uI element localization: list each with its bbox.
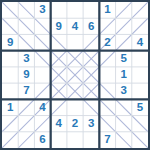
cell-r8-c8[interactable] [132, 132, 148, 148]
cell-r2-c0[interactable]: 9 [2, 34, 18, 50]
cell-r7-c3[interactable]: 4 [51, 116, 67, 132]
cell-r5-c2[interactable] [34, 83, 50, 99]
cell-r5-c1[interactable]: 7 [18, 83, 34, 99]
cell-r1-c3[interactable]: 9 [51, 18, 67, 34]
cell-r4-c6[interactable] [99, 67, 115, 83]
cell-r7-c4[interactable]: 2 [67, 116, 83, 132]
cell-r3-c7[interactable]: 5 [116, 51, 132, 67]
cell-r5-c4[interactable] [67, 83, 83, 99]
cell-r0-c5[interactable] [83, 2, 99, 18]
cell-r0-c6[interactable]: 1 [99, 2, 115, 18]
cell-r2-c5[interactable] [83, 34, 99, 50]
cell-r2-c4[interactable] [67, 34, 83, 50]
cell-r1-c1[interactable] [18, 18, 34, 34]
cell-r8-c4[interactable] [67, 132, 83, 148]
cell-r6-c4[interactable] [67, 99, 83, 115]
cell-r3-c6[interactable] [99, 51, 115, 67]
cell-r7-c5[interactable]: 3 [83, 116, 99, 132]
cell-r7-c1[interactable] [18, 116, 34, 132]
cell-r8-c1[interactable] [18, 132, 34, 148]
cell-r2-c6[interactable]: 2 [99, 34, 115, 50]
cell-r6-c6[interactable] [99, 99, 115, 115]
cell-r4-c7[interactable]: 1 [116, 67, 132, 83]
cell-r0-c1[interactable] [18, 2, 34, 18]
cell-r3-c0[interactable] [2, 51, 18, 67]
cell-r0-c8[interactable] [132, 2, 148, 18]
cell-r1-c0[interactable] [2, 18, 18, 34]
sudoku-board: 3194692435917314542367 [0, 0, 150, 150]
cell-r2-c2[interactable] [34, 34, 50, 50]
cell-r6-c5[interactable] [83, 99, 99, 115]
cell-r8-c0[interactable] [2, 132, 18, 148]
cell-r3-c4[interactable] [67, 51, 83, 67]
cell-r5-c5[interactable] [83, 83, 99, 99]
cell-r3-c5[interactable] [83, 51, 99, 67]
cell-r5-c6[interactable] [99, 83, 115, 99]
cell-r8-c3[interactable] [51, 132, 67, 148]
cell-r4-c2[interactable] [34, 67, 50, 83]
cell-r4-c8[interactable] [132, 67, 148, 83]
cell-r6-c8[interactable]: 5 [132, 99, 148, 115]
cell-r1-c8[interactable] [132, 18, 148, 34]
cell-r2-c1[interactable] [18, 34, 34, 50]
cell-r8-c5[interactable] [83, 132, 99, 148]
cell-r3-c8[interactable] [132, 51, 148, 67]
cell-r2-c7[interactable] [116, 34, 132, 50]
cell-r5-c3[interactable] [51, 83, 67, 99]
cell-r6-c1[interactable] [18, 99, 34, 115]
cell-r1-c5[interactable]: 6 [83, 18, 99, 34]
cell-r0-c0[interactable] [2, 2, 18, 18]
cell-r8-c2[interactable]: 6 [34, 132, 50, 148]
cell-r4-c4[interactable] [67, 67, 83, 83]
cell-r6-c2[interactable]: 4 [34, 99, 50, 115]
cell-r5-c0[interactable] [2, 83, 18, 99]
cell-r3-c1[interactable]: 3 [18, 51, 34, 67]
cell-r5-c7[interactable]: 3 [116, 83, 132, 99]
cell-r8-c7[interactable] [116, 132, 132, 148]
cell-r0-c4[interactable] [67, 2, 83, 18]
cell-r3-c2[interactable] [34, 51, 50, 67]
cell-r0-c3[interactable] [51, 2, 67, 18]
cell-r4-c3[interactable] [51, 67, 67, 83]
cell-r2-c8[interactable]: 4 [132, 34, 148, 50]
cell-r1-c7[interactable] [116, 18, 132, 34]
cell-r4-c0[interactable] [2, 67, 18, 83]
cell-r0-c7[interactable] [116, 2, 132, 18]
cell-r6-c3[interactable] [51, 99, 67, 115]
cell-r4-c5[interactable] [83, 67, 99, 83]
cell-grid: 3194692435917314542367 [2, 2, 148, 148]
cell-r6-c7[interactable] [116, 99, 132, 115]
cell-r8-c6[interactable]: 7 [99, 132, 115, 148]
cell-r3-c3[interactable] [51, 51, 67, 67]
cell-r7-c7[interactable] [116, 116, 132, 132]
cell-r0-c2[interactable]: 3 [34, 2, 50, 18]
cell-r7-c2[interactable] [34, 116, 50, 132]
cell-r7-c0[interactable] [2, 116, 18, 132]
cell-r1-c6[interactable] [99, 18, 115, 34]
cell-r1-c2[interactable] [34, 18, 50, 34]
cell-r7-c8[interactable] [132, 116, 148, 132]
cell-r6-c0[interactable]: 1 [2, 99, 18, 115]
cell-r7-c6[interactable] [99, 116, 115, 132]
cell-r1-c4[interactable]: 4 [67, 18, 83, 34]
cell-r4-c1[interactable]: 9 [18, 67, 34, 83]
cell-r2-c3[interactable] [51, 34, 67, 50]
cell-r5-c8[interactable] [132, 83, 148, 99]
